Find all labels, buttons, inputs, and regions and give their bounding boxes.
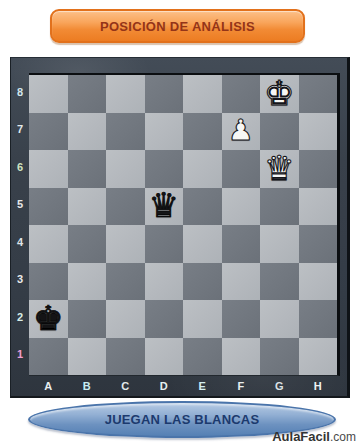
square-g6: ♛ [260,150,299,188]
square-e3 [183,263,222,301]
square-e6 [183,150,222,188]
square-a7 [29,113,68,151]
square-c4 [106,225,145,263]
square-a6 [29,150,68,188]
rank-label-5: 5 [11,186,29,224]
side-to-move-label: JUEGAN LAS BLANCAS [105,412,260,427]
rank-label-2: 2 [11,298,29,336]
square-b5 [68,188,107,226]
square-c5 [106,188,145,226]
square-f5 [222,188,261,226]
white-pawn-f7: ♟ [228,116,254,145]
square-e1 [183,338,222,376]
square-d2 [145,300,184,338]
square-h2 [299,300,338,338]
file-label-f: F [222,375,261,397]
square-f6 [222,150,261,188]
square-d3 [145,263,184,301]
file-label-d: D [145,375,184,397]
square-a4 [29,225,68,263]
file-labels: ABCDEFGH [29,375,337,397]
black-king-a2: ♚ [33,301,63,335]
square-g7 [260,113,299,151]
square-b4 [68,225,107,263]
square-b2 [68,300,107,338]
file-label-g: G [260,375,299,397]
square-f3 [222,263,261,301]
rank-label-8: 8 [11,73,29,111]
file-label-a: A [29,375,68,397]
square-g5 [260,188,299,226]
aulafacil-watermark: AulaFacil.com [272,429,356,444]
square-h6 [299,150,338,188]
square-h1 [299,338,338,376]
rank-label-7: 7 [11,111,29,149]
square-d5: ♛ [145,188,184,226]
square-a3 [29,263,68,301]
square-d1 [145,338,184,376]
rank-label-3: 3 [11,261,29,299]
square-c6 [106,150,145,188]
square-g1 [260,338,299,376]
rank-labels: 87654321 [11,73,29,373]
square-b6 [68,150,107,188]
chess-board-frame: 87654321 ♚♟♛♛♚ ABCDEFGH [10,57,350,398]
file-label-e: E [183,375,222,397]
square-e2 [183,300,222,338]
square-f4 [222,225,261,263]
square-b1 [68,338,107,376]
square-h7 [299,113,338,151]
square-a8 [29,75,68,113]
square-h8 [299,75,338,113]
square-f8 [222,75,261,113]
square-a1 [29,338,68,376]
square-d6 [145,150,184,188]
square-g2 [260,300,299,338]
board-grid: ♚♟♛♛♚ [29,73,340,376]
square-h3 [299,263,338,301]
square-e7 [183,113,222,151]
square-b8 [68,75,107,113]
rank-label-6: 6 [11,148,29,186]
square-f1 [222,338,261,376]
watermark-brand: AulaFacil [272,429,330,444]
square-f7: ♟ [222,113,261,151]
square-g8: ♚ [260,75,299,113]
square-d4 [145,225,184,263]
square-f2 [222,300,261,338]
square-g3 [260,263,299,301]
square-b3 [68,263,107,301]
black-queen-d5: ♛ [149,188,179,222]
square-e4 [183,225,222,263]
square-e8 [183,75,222,113]
square-c1 [106,338,145,376]
square-c3 [106,263,145,301]
square-a5 [29,188,68,226]
white-king-g8: ♚ [264,76,294,110]
file-label-b: B [68,375,107,397]
square-c2 [106,300,145,338]
square-c7 [106,113,145,151]
rank-label-1: 1 [11,336,29,374]
file-label-c: C [106,375,145,397]
square-g4 [260,225,299,263]
file-label-h: H [299,375,338,397]
square-e5 [183,188,222,226]
analysis-position-label: POSICIÓN DE ANÁLISIS [100,19,255,34]
white-queen-g6: ♛ [264,151,294,185]
rank-label-4: 4 [11,223,29,261]
square-c8 [106,75,145,113]
square-d7 [145,113,184,151]
watermark-suffix: .com [330,430,356,444]
square-h4 [299,225,338,263]
square-d8 [145,75,184,113]
square-a2: ♚ [29,300,68,338]
analysis-position-banner: POSICIÓN DE ANÁLISIS [50,9,305,43]
square-h5 [299,188,338,226]
square-b7 [68,113,107,151]
